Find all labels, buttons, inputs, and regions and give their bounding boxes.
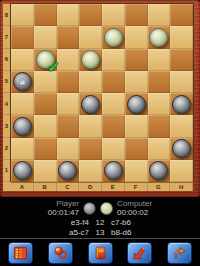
undo-button[interactable] [167,242,192,264]
square-f3[interactable] [125,115,148,137]
square-f5[interactable] [125,71,148,93]
piece-white-man-g7[interactable] [149,28,168,47]
square-g3[interactable] [148,115,171,137]
computer-move: c7-b6 [111,218,149,228]
square-h4[interactable] [170,93,193,115]
last-move-arrow-icon [48,61,59,72]
king-crown-icon: ♛ [14,73,31,90]
file-label-D: D [79,183,102,191]
computer-label: Computer [117,199,152,208]
square-f7[interactable] [125,26,148,48]
square-h8[interactable] [170,4,193,26]
square-h2[interactable] [170,138,193,160]
square-b7[interactable] [34,26,57,48]
square-a2[interactable] [11,138,34,160]
info-panel: Player 00:01:47 Computer 00:00:02 e3-f41… [0,197,200,238]
board-setup-button[interactable] [88,242,113,264]
move-number: 13 [89,228,111,238]
board: 87654321 ♛ ABCDEFGH [0,0,200,197]
square-b4[interactable] [34,93,57,115]
hint-button[interactable] [127,242,152,264]
square-c4[interactable] [57,93,80,115]
square-b3[interactable] [34,115,57,137]
square-g8[interactable] [148,4,171,26]
square-g6[interactable] [148,49,171,71]
square-h3[interactable] [170,115,193,137]
player-label: Player [48,199,79,208]
file-label-F: F [125,183,148,191]
square-h6[interactable] [170,49,193,71]
square-f1[interactable] [125,160,148,182]
file-label-C: C [57,183,80,191]
toolbar [0,238,200,266]
square-f6[interactable] [125,49,148,71]
square-a6[interactable] [11,49,34,71]
square-a3[interactable] [11,115,34,137]
square-d5[interactable] [79,71,102,93]
square-c3[interactable] [57,115,80,137]
square-c5[interactable] [57,71,80,93]
square-c6[interactable] [57,49,80,71]
file-label-A: A [11,183,34,191]
piece-black-king-a5[interactable]: ♛ [13,72,32,91]
board-grid: ♛ [11,4,193,182]
move-row: e3-f412c7-b6 [0,218,200,228]
square-b8[interactable] [34,4,57,26]
square-e3[interactable] [102,115,125,137]
piece-black-man-c1[interactable] [58,161,77,180]
red-arrow-icon [132,246,147,260]
file-label-B: B [34,183,57,191]
move-row: a5-c713b8-d6 [0,228,200,238]
square-b1[interactable] [34,160,57,182]
square-a5[interactable]: ♛ [11,71,34,93]
checkers-app: 87654321 ♛ ABCDEFGH Player 00:01:47 Comp… [0,0,200,266]
rank-label-1: 1 [3,160,10,182]
square-e8[interactable] [102,4,125,26]
square-h7[interactable] [170,26,193,48]
square-d8[interactable] [79,4,102,26]
square-d6[interactable] [79,49,102,71]
square-g7[interactable] [148,26,171,48]
square-h5[interactable] [170,71,193,93]
square-a8[interactable] [11,4,34,26]
board-icon [93,246,108,260]
square-g2[interactable] [148,138,171,160]
piece-black-man-f4[interactable] [127,95,146,114]
list-grid-icon [13,246,28,260]
piece-black-man-d4[interactable] [81,95,100,114]
file-label-G: G [148,183,171,191]
rank-label-4: 4 [3,93,10,115]
square-a7[interactable] [11,26,34,48]
square-e4[interactable] [102,93,125,115]
square-d2[interactable] [79,138,102,160]
computer-time: 00:00:02 [117,208,152,217]
rank-label-5: 5 [3,71,10,93]
square-d3[interactable] [79,115,102,137]
square-d7[interactable] [79,26,102,48]
move-number: 12 [89,218,111,228]
square-c2[interactable] [57,138,80,160]
square-b5[interactable] [34,71,57,93]
rank-label-7: 7 [3,26,10,48]
file-label-H: H [170,183,193,191]
piece-black-man-a3[interactable] [13,117,32,136]
square-e1[interactable] [102,160,125,182]
square-f4[interactable] [125,93,148,115]
curved-arrow-icon [172,246,187,260]
square-c7[interactable] [57,26,80,48]
rank-label-8: 8 [3,4,10,26]
player-piece-indicator [83,202,96,215]
computer-move: b8-d6 [111,228,149,238]
piece-black-man-h4[interactable] [172,95,191,114]
player-time: 00:01:47 [48,208,79,217]
piece-white-man-d6[interactable] [81,50,100,69]
new-game-button[interactable] [48,242,73,264]
square-g1[interactable] [148,160,171,182]
piece-black-man-g1[interactable] [149,161,168,180]
square-e2[interactable] [102,138,125,160]
file-labels: ABCDEFGH [11,182,193,191]
square-d4[interactable] [79,93,102,115]
piece-white-man-e7[interactable] [104,28,123,47]
piece-black-man-a1[interactable] [13,161,32,180]
menu-button[interactable] [8,242,33,264]
square-d1[interactable] [79,160,102,182]
clock-row: Player 00:01:47 Computer 00:00:02 [0,197,200,217]
player-move: a5-c7 [51,228,89,238]
square-f2[interactable] [125,138,148,160]
computer-clock: Computer 00:00:02 [117,199,152,217]
square-c1[interactable] [57,160,80,182]
player-clock: Player 00:01:47 [48,199,79,217]
rank-label-6: 6 [3,49,10,71]
square-e7[interactable] [102,26,125,48]
square-e5[interactable] [102,71,125,93]
file-label-E: E [102,183,125,191]
rank-label-2: 2 [3,138,10,160]
square-g5[interactable] [148,71,171,93]
square-c8[interactable] [57,4,80,26]
square-a4[interactable] [11,93,34,115]
square-g4[interactable] [148,93,171,115]
player-move: e3-f4 [51,218,89,228]
square-f8[interactable] [125,4,148,26]
square-a1[interactable] [11,160,34,182]
coord-corner [3,182,11,191]
pieces-icon [53,246,68,260]
square-e6[interactable] [102,49,125,71]
computer-piece-indicator [100,202,113,215]
piece-black-man-e1[interactable] [104,161,123,180]
rank-label-3: 3 [3,115,10,137]
square-b6[interactable] [34,49,57,71]
square-b2[interactable] [34,138,57,160]
rank-labels: 87654321 [3,4,11,182]
square-h1[interactable] [170,160,193,182]
piece-black-man-h2[interactable] [172,139,191,158]
